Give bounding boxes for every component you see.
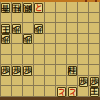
board-square[interactable] [23,13,34,24]
board-square[interactable] [34,86,45,97]
board-square[interactable] [34,55,45,66]
board-square[interactable] [56,34,67,45]
board-square[interactable] [23,44,34,55]
piece-pawn-gote[interactable]: 歩 [1,34,10,44]
board-square[interactable] [45,65,56,76]
board-square[interactable] [78,34,89,45]
piece-pawn-sente[interactable]: 歩 [12,66,21,76]
board-square[interactable] [34,13,45,24]
board-square[interactable] [67,34,78,45]
piece-silver-gote[interactable]: 銀 [23,3,32,13]
board-square[interactable] [12,76,23,87]
board-square[interactable] [12,86,23,97]
board-square[interactable] [1,44,12,55]
board-square[interactable] [67,23,78,34]
piece-king-gote[interactable]: 王 [1,24,10,34]
piece-pawn-sente[interactable]: 歩 [23,66,32,76]
piece-lance-gote[interactable]: 香 [1,3,10,13]
shogi-app: 香桂銀と王歩歩歩歩歩歩歩桂歩歩とと王 [0,0,100,100]
board-square[interactable] [45,76,56,87]
board-square[interactable] [45,13,56,24]
board-square[interactable] [1,55,12,66]
piece-pawn-sente[interactable]: 歩 [1,66,10,76]
board-square[interactable] [78,55,89,66]
board-bottom-edge [0,97,100,100]
piece-pawn-gote[interactable]: 歩 [12,24,21,34]
board-square[interactable] [78,65,89,76]
board-square[interactable] [34,76,45,87]
piece-knight-gote[interactable]: 桂 [12,3,21,13]
board-square[interactable] [1,13,12,24]
board-square[interactable] [56,44,67,55]
board-square[interactable] [78,44,89,55]
board-square[interactable] [89,2,100,13]
board-square[interactable] [45,55,56,66]
board-square[interactable] [56,76,67,87]
board-square[interactable] [67,2,78,13]
board-square[interactable] [45,86,56,97]
board-square[interactable] [12,13,23,24]
board-square[interactable] [67,55,78,66]
board-square[interactable] [23,55,34,66]
board-square[interactable] [78,23,89,34]
board-square[interactable] [89,44,100,55]
board-square[interactable] [89,13,100,24]
piece-tokin-gote[interactable]: と [57,87,66,97]
board-square[interactable] [34,34,45,45]
board-square[interactable] [78,2,89,13]
piece-king-sente[interactable]: 王 [90,87,99,97]
board-square[interactable] [67,44,78,55]
board-square[interactable] [45,34,56,45]
piece-pawn-sente[interactable]: 歩 [90,77,99,87]
board-square[interactable] [12,34,23,45]
board-square[interactable] [56,65,67,76]
board-square[interactable] [23,86,34,97]
board-square[interactable] [23,23,34,34]
board-square[interactable] [1,76,12,87]
board-square[interactable] [89,23,100,34]
board-square[interactable] [78,86,89,97]
piece-knight-sente[interactable]: 桂 [68,66,77,76]
board-square[interactable] [12,44,23,55]
board-square[interactable] [1,86,12,97]
edge-mark-icon [95,0,97,2]
piece-tokin-sente[interactable]: と [34,3,43,13]
board-square[interactable] [89,34,100,45]
board-square[interactable] [56,2,67,13]
board-square[interactable] [45,2,56,13]
board-square[interactable] [89,65,100,76]
piece-tokin-gote[interactable]: と [68,87,77,97]
piece-pawn-gote[interactable]: 歩 [34,24,43,34]
board-square[interactable] [34,44,45,55]
board-square[interactable] [56,13,67,24]
piece-pawn-sente[interactable]: 歩 [79,77,88,87]
board-square[interactable] [45,23,56,34]
board-square[interactable] [89,55,100,66]
board-square[interactable] [78,13,89,24]
board-square[interactable] [12,55,23,66]
edge-mark-icon [85,0,87,2]
board-square[interactable] [56,23,67,34]
board-square[interactable] [67,76,78,87]
board-square[interactable] [45,44,56,55]
board-square[interactable] [34,65,45,76]
board-square[interactable] [67,13,78,24]
piece-pawn-gote[interactable]: 歩 [23,34,32,44]
board-square[interactable] [56,55,67,66]
board-square[interactable] [23,76,34,87]
